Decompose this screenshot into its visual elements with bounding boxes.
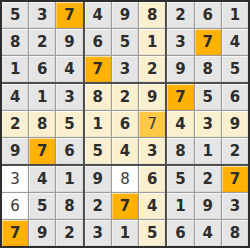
cell-r3c9[interactable]: 5 (222, 56, 248, 82)
cell-r7c4[interactable]: 9 (85, 166, 111, 192)
cell-r8c5[interactable]: 7 (112, 193, 138, 219)
cell-r8c2[interactable]: 5 (29, 193, 55, 219)
cell-r8c1[interactable]: 6 (2, 193, 28, 219)
cell-r4c6[interactable]: 9 (139, 84, 165, 110)
cell-r3c1[interactable]: 1 (2, 56, 28, 82)
cell-r6c6[interactable]: 3 (139, 138, 165, 164)
cell-r7c1[interactable]: 3 (2, 166, 28, 192)
cell-r2c6[interactable]: 1 (139, 29, 165, 55)
cell-r8c4[interactable]: 2 (85, 193, 111, 219)
board-block-2-3: 756439812 (167, 84, 248, 164)
cell-r1c8[interactable]: 6 (195, 2, 221, 28)
cell-r6c4[interactable]: 5 (85, 138, 111, 164)
cell-r4c7[interactable]: 7 (167, 84, 193, 110)
cell-r2c3[interactable]: 9 (56, 29, 82, 55)
cell-r4c8[interactable]: 5 (195, 84, 221, 110)
cell-r3c6[interactable]: 2 (139, 56, 165, 82)
cell-r2c4[interactable]: 6 (85, 29, 111, 55)
sudoku-board: 5378291644986517322613749854132859768291… (0, 0, 250, 248)
cell-r5c1[interactable]: 2 (2, 111, 28, 137)
cell-r9c6[interactable]: 5 (139, 220, 165, 246)
cell-r1c2[interactable]: 3 (29, 2, 55, 28)
cell-r5c2[interactable]: 8 (29, 111, 55, 137)
cell-r1c5[interactable]: 9 (112, 2, 138, 28)
cell-r2c8[interactable]: 7 (195, 29, 221, 55)
cell-r7c9[interactable]: 7 (222, 166, 248, 192)
cell-r1c4[interactable]: 4 (85, 2, 111, 28)
board-block-1-3: 261374985 (167, 2, 248, 82)
cell-r4c3[interactable]: 3 (56, 84, 82, 110)
cell-r4c4[interactable]: 8 (85, 84, 111, 110)
cell-r6c8[interactable]: 1 (195, 138, 221, 164)
cell-r4c1[interactable]: 4 (2, 84, 28, 110)
cell-r9c5[interactable]: 1 (112, 220, 138, 246)
cell-r7c5[interactable]: 8 (112, 166, 138, 192)
cell-r5c8[interactable]: 3 (195, 111, 221, 137)
cell-r2c1[interactable]: 8 (2, 29, 28, 55)
cell-r6c5[interactable]: 4 (112, 138, 138, 164)
cell-r3c5[interactable]: 3 (112, 56, 138, 82)
cell-r4c9[interactable]: 6 (222, 84, 248, 110)
cell-r9c2[interactable]: 9 (29, 220, 55, 246)
cell-r4c5[interactable]: 2 (112, 84, 138, 110)
cell-r1c1[interactable]: 5 (2, 2, 28, 28)
board-block-3-2: 986274315 (85, 166, 166, 246)
cell-r2c9[interactable]: 4 (222, 29, 248, 55)
board-block-2-1: 413285976 (2, 84, 83, 164)
cell-r2c5[interactable]: 5 (112, 29, 138, 55)
cell-r3c4[interactable]: 7 (85, 56, 111, 82)
cell-r5c9[interactable]: 9 (222, 111, 248, 137)
cell-r9c3[interactable]: 2 (56, 220, 82, 246)
cell-r5c6[interactable]: 7 (139, 111, 165, 137)
cell-r7c8[interactable]: 2 (195, 166, 221, 192)
cell-r9c8[interactable]: 4 (195, 220, 221, 246)
cell-r8c6[interactable]: 4 (139, 193, 165, 219)
cell-r3c7[interactable]: 9 (167, 56, 193, 82)
cell-r7c3[interactable]: 1 (56, 166, 82, 192)
cell-r1c6[interactable]: 8 (139, 2, 165, 28)
cell-r8c9[interactable]: 3 (222, 193, 248, 219)
cell-r6c1[interactable]: 9 (2, 138, 28, 164)
cell-r9c4[interactable]: 3 (85, 220, 111, 246)
cell-r9c9[interactable]: 8 (222, 220, 248, 246)
cell-r7c2[interactable]: 4 (29, 166, 55, 192)
cell-r8c8[interactable]: 9 (195, 193, 221, 219)
cell-r6c7[interactable]: 8 (167, 138, 193, 164)
cell-r3c2[interactable]: 6 (29, 56, 55, 82)
cell-r1c3[interactable]: 7 (56, 2, 82, 28)
cell-r6c9[interactable]: 2 (222, 138, 248, 164)
cell-r9c7[interactable]: 6 (167, 220, 193, 246)
cell-r6c3[interactable]: 6 (56, 138, 82, 164)
cell-r5c7[interactable]: 4 (167, 111, 193, 137)
cell-r1c7[interactable]: 2 (167, 2, 193, 28)
cell-r3c3[interactable]: 4 (56, 56, 82, 82)
cell-r2c2[interactable]: 2 (29, 29, 55, 55)
board-block-1-2: 498651732 (85, 2, 166, 82)
cell-r9c1[interactable]: 7 (2, 220, 28, 246)
cell-r6c2[interactable]: 7 (29, 138, 55, 164)
cell-r5c5[interactable]: 6 (112, 111, 138, 137)
cell-r3c8[interactable]: 8 (195, 56, 221, 82)
board-block-1-1: 537829164 (2, 2, 83, 82)
board-block-2-2: 829167543 (85, 84, 166, 164)
cell-r5c3[interactable]: 5 (56, 111, 82, 137)
board-block-3-1: 341658792 (2, 166, 83, 246)
cell-r2c7[interactable]: 3 (167, 29, 193, 55)
board-block-3-3: 527193648 (167, 166, 248, 246)
cell-r4c2[interactable]: 1 (29, 84, 55, 110)
cell-r8c7[interactable]: 1 (167, 193, 193, 219)
cell-r1c9[interactable]: 1 (222, 2, 248, 28)
cell-r8c3[interactable]: 8 (56, 193, 82, 219)
cell-r7c7[interactable]: 5 (167, 166, 193, 192)
cell-r7c6[interactable]: 6 (139, 166, 165, 192)
cell-r5c4[interactable]: 1 (85, 111, 111, 137)
